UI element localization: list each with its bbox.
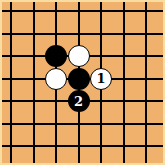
- intersection-r5c2[interactable]: [45, 112, 68, 135]
- go-diagram: 12: [0, 0, 165, 165]
- white-stone-numbered: 1: [90, 68, 112, 90]
- intersections: 12: [0, 0, 157, 157]
- intersection-r0c3[interactable]: [67, 0, 90, 22]
- intersection-r4c4[interactable]: [90, 90, 113, 113]
- intersection-r3c5[interactable]: [112, 67, 135, 90]
- intersection-r3c0[interactable]: [0, 67, 22, 90]
- black-stone: [45, 45, 67, 67]
- intersection-r1c4[interactable]: [90, 22, 113, 45]
- intersection-r0c4[interactable]: [90, 0, 113, 22]
- intersection-r4c1[interactable]: [22, 90, 45, 113]
- intersection-r3c1[interactable]: [22, 67, 45, 90]
- intersection-r5c0[interactable]: [0, 112, 22, 135]
- intersection-r6c2[interactable]: [45, 135, 68, 158]
- intersection-r2c4[interactable]: [90, 45, 113, 68]
- intersection-r4c5[interactable]: [112, 90, 135, 113]
- intersection-r2c3[interactable]: [67, 45, 90, 68]
- intersection-r6c0[interactable]: [0, 135, 22, 158]
- white-stone: [68, 45, 90, 67]
- intersection-r2c1[interactable]: [22, 45, 45, 68]
- intersection-r2c5[interactable]: [112, 45, 135, 68]
- intersection-r5c6[interactable]: [135, 112, 158, 135]
- intersection-r5c3[interactable]: [67, 112, 90, 135]
- black-stone: [68, 68, 90, 90]
- intersection-r1c5[interactable]: [112, 22, 135, 45]
- go-board: 12: [2, 2, 163, 163]
- intersection-r0c2[interactable]: [45, 0, 68, 22]
- intersection-r6c1[interactable]: [22, 135, 45, 158]
- intersection-r4c6[interactable]: [135, 90, 158, 113]
- intersection-r2c6[interactable]: [135, 45, 158, 68]
- intersection-r1c6[interactable]: [135, 22, 158, 45]
- intersection-r5c4[interactable]: [90, 112, 113, 135]
- intersection-r2c2[interactable]: [45, 45, 68, 68]
- move-number: 1: [96, 72, 105, 85]
- intersection-r4c3[interactable]: 2: [67, 90, 90, 113]
- intersection-r0c1[interactable]: [22, 0, 45, 22]
- intersection-r1c1[interactable]: [22, 22, 45, 45]
- intersection-r6c5[interactable]: [112, 135, 135, 158]
- intersection-r1c3[interactable]: [67, 22, 90, 45]
- intersection-r4c0[interactable]: [0, 90, 22, 113]
- intersection-r3c3[interactable]: [67, 67, 90, 90]
- intersection-r6c6[interactable]: [135, 135, 158, 158]
- intersection-r1c0[interactable]: [0, 22, 22, 45]
- intersection-r6c3[interactable]: [67, 135, 90, 158]
- intersection-r0c0[interactable]: [0, 0, 22, 22]
- intersection-r1c2[interactable]: [45, 22, 68, 45]
- intersection-r4c2[interactable]: [45, 90, 68, 113]
- intersection-r3c2[interactable]: [45, 67, 68, 90]
- intersection-r6c4[interactable]: [90, 135, 113, 158]
- intersection-r0c5[interactable]: [112, 0, 135, 22]
- intersection-r3c6[interactable]: [135, 67, 158, 90]
- white-stone: [45, 68, 67, 90]
- black-stone-numbered: 2: [68, 90, 90, 112]
- intersection-r5c1[interactable]: [22, 112, 45, 135]
- intersection-r2c0[interactable]: [0, 45, 22, 68]
- intersection-r0c6[interactable]: [135, 0, 158, 22]
- intersection-r3c4[interactable]: 1: [90, 67, 113, 90]
- intersection-r5c5[interactable]: [112, 112, 135, 135]
- move-number: 2: [74, 95, 83, 108]
